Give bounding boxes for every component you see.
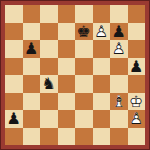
square-b6[interactable]: ♟ (23, 40, 41, 58)
square-f3[interactable] (93, 93, 111, 111)
white-piece-fill: ♝ (110, 93, 128, 111)
white-pawn-g6: ♙ (110, 40, 128, 58)
square-c2[interactable] (40, 110, 58, 128)
black-pawn-h5: ♟ (128, 58, 146, 76)
square-g8[interactable] (110, 5, 128, 23)
square-c3[interactable] (40, 93, 58, 111)
square-g5[interactable] (110, 58, 128, 76)
square-h5[interactable]: ♟ (128, 58, 146, 76)
square-g6[interactable]: ♟♙ (110, 40, 128, 58)
square-h4[interactable] (128, 75, 146, 93)
square-e2[interactable] (75, 110, 93, 128)
square-g2[interactable] (110, 110, 128, 128)
square-e5[interactable] (75, 58, 93, 76)
square-e6[interactable] (75, 40, 93, 58)
white-bishop-g3: ♗ (110, 93, 128, 111)
square-h2[interactable]: ♟♙ (128, 110, 146, 128)
white-piece-fill: ♟ (110, 40, 128, 58)
square-g4[interactable] (110, 75, 128, 93)
square-d4[interactable] (58, 75, 76, 93)
square-d6[interactable] (58, 40, 76, 58)
square-f2[interactable] (93, 110, 111, 128)
square-d3[interactable] (58, 93, 76, 111)
square-c7[interactable] (40, 23, 58, 41)
square-f6[interactable] (93, 40, 111, 58)
square-a3[interactable] (5, 93, 23, 111)
square-a1[interactable] (5, 128, 23, 146)
square-d8[interactable] (58, 5, 76, 23)
square-h8[interactable] (128, 5, 146, 23)
square-c8[interactable] (40, 5, 58, 23)
square-f5[interactable] (93, 58, 111, 76)
square-a2[interactable]: ♟ (5, 110, 23, 128)
square-c1[interactable] (40, 128, 58, 146)
square-d7[interactable] (58, 23, 76, 41)
square-a8[interactable] (5, 5, 23, 23)
white-piece-fill: ♟ (128, 110, 146, 128)
board-border: ♚♟♙♟♟♟♙♟♞♝♗♚♔♟♟♙ (1, 1, 149, 149)
square-a4[interactable] (5, 75, 23, 93)
square-e1[interactable] (75, 128, 93, 146)
white-piece-fill: ♚ (128, 93, 146, 111)
square-d2[interactable] (58, 110, 76, 128)
square-b3[interactable] (23, 93, 41, 111)
square-a6[interactable] (5, 40, 23, 58)
square-h6[interactable] (128, 40, 146, 58)
square-e4[interactable] (75, 75, 93, 93)
square-b2[interactable] (23, 110, 41, 128)
square-c6[interactable] (40, 40, 58, 58)
square-f1[interactable] (93, 128, 111, 146)
square-h7[interactable] (128, 23, 146, 41)
square-g1[interactable] (110, 128, 128, 146)
square-d1[interactable] (58, 128, 76, 146)
square-e3[interactable] (75, 93, 93, 111)
square-f8[interactable] (93, 5, 111, 23)
square-b4[interactable] (23, 75, 41, 93)
square-e7[interactable]: ♚ (75, 23, 93, 41)
board-outer-frame: ♚♟♙♟♟♟♙♟♞♝♗♚♔♟♟♙ (0, 0, 150, 150)
square-c5[interactable] (40, 58, 58, 76)
black-king-e7: ♚ (75, 23, 93, 41)
white-pawn-f7: ♙ (93, 23, 111, 41)
square-b1[interactable] (23, 128, 41, 146)
black-knight-c4: ♞ (40, 75, 58, 93)
square-f7[interactable]: ♟♙ (93, 23, 111, 41)
square-d5[interactable] (58, 58, 76, 76)
black-pawn-g7: ♟ (110, 23, 128, 41)
square-b5[interactable] (23, 58, 41, 76)
square-g7[interactable]: ♟ (110, 23, 128, 41)
black-pawn-a2: ♟ (5, 110, 23, 128)
chess-board: ♚♟♙♟♟♟♙♟♞♝♗♚♔♟♟♙ (5, 5, 145, 145)
square-e8[interactable] (75, 5, 93, 23)
square-b8[interactable] (23, 5, 41, 23)
square-b7[interactable] (23, 23, 41, 41)
square-g3[interactable]: ♝♗ (110, 93, 128, 111)
white-piece-fill: ♟ (93, 23, 111, 41)
square-f4[interactable] (93, 75, 111, 93)
square-h3[interactable]: ♚♔ (128, 93, 146, 111)
square-h1[interactable] (128, 128, 146, 146)
white-pawn-h2: ♙ (128, 110, 146, 128)
white-king-h3: ♔ (128, 93, 146, 111)
square-a7[interactable] (5, 23, 23, 41)
square-a5[interactable] (5, 58, 23, 76)
black-pawn-b6: ♟ (23, 40, 41, 58)
square-c4[interactable]: ♞ (40, 75, 58, 93)
